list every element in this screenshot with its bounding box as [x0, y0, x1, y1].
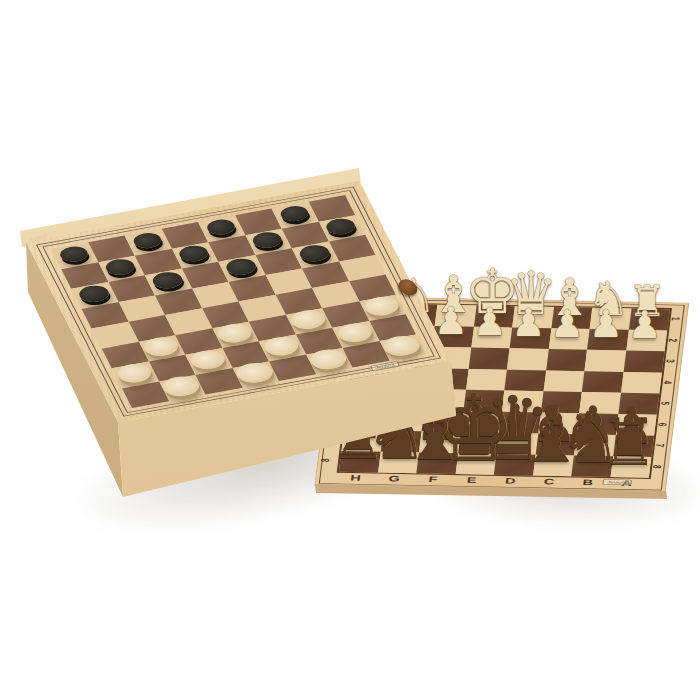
chess-square	[468, 348, 509, 370]
chess-square	[494, 454, 535, 476]
chess-square	[419, 431, 460, 453]
chess-square	[507, 348, 548, 370]
chess-square	[416, 452, 457, 474]
chess-square	[512, 306, 553, 328]
chess-square	[548, 328, 589, 350]
chess-square	[510, 327, 551, 349]
chess-square	[613, 435, 654, 457]
chess-square	[471, 327, 512, 349]
rank-label: 3	[664, 359, 677, 363]
chess-square	[621, 372, 662, 394]
chess-square	[582, 371, 623, 393]
file-label: G	[374, 471, 414, 485]
file-label: F	[413, 472, 453, 486]
chess-square	[466, 369, 507, 391]
rank-label: 4	[662, 380, 675, 384]
chess-square	[571, 455, 612, 477]
chess-square	[460, 411, 501, 433]
chess-square	[546, 349, 587, 371]
chess-square	[626, 330, 667, 352]
file-label: C	[529, 474, 569, 488]
chess-square	[458, 432, 499, 454]
brand-stamp: Jeujura	[602, 479, 631, 485]
chess-square	[540, 391, 581, 413]
rank-label: 2	[667, 338, 680, 342]
chess-square	[543, 370, 584, 392]
chess-square	[628, 308, 669, 330]
chess-square	[623, 351, 664, 373]
chess-square	[551, 307, 592, 329]
chess-square	[463, 390, 504, 412]
chess-square	[610, 456, 651, 478]
chess-square	[502, 390, 543, 412]
chess-square	[584, 350, 625, 372]
chess-square	[455, 453, 496, 475]
chess-square	[618, 393, 659, 415]
rank-label: 8	[318, 458, 331, 462]
chess-square	[473, 305, 514, 327]
chess-square	[574, 434, 615, 456]
chess-square	[579, 392, 620, 414]
chess-square	[535, 433, 576, 455]
chess-square	[538, 412, 579, 434]
rank-label: 1	[669, 317, 682, 321]
chess-square	[504, 369, 545, 391]
file-label: E	[451, 473, 491, 487]
chess-square	[590, 308, 631, 330]
chess-square	[339, 451, 380, 473]
chess-square	[577, 413, 618, 435]
chess-square	[587, 329, 628, 351]
product-photo: HGFEDCBA 12345678 12345678 Jeujura ♜♞♝♛♚…	[0, 0, 700, 700]
chess-square	[380, 430, 421, 452]
chess-square	[496, 433, 537, 455]
chess-square	[499, 412, 540, 434]
rank-label: 5	[659, 401, 672, 405]
chess-square	[533, 454, 574, 476]
chess-square	[435, 305, 476, 327]
file-label: D	[490, 474, 530, 488]
file-label: H	[335, 471, 375, 485]
chess-square	[378, 451, 419, 473]
rank-label: 6	[656, 422, 669, 426]
rank-label: 7	[654, 443, 667, 447]
chess-square	[615, 414, 656, 436]
rank-label: 8	[651, 465, 664, 469]
